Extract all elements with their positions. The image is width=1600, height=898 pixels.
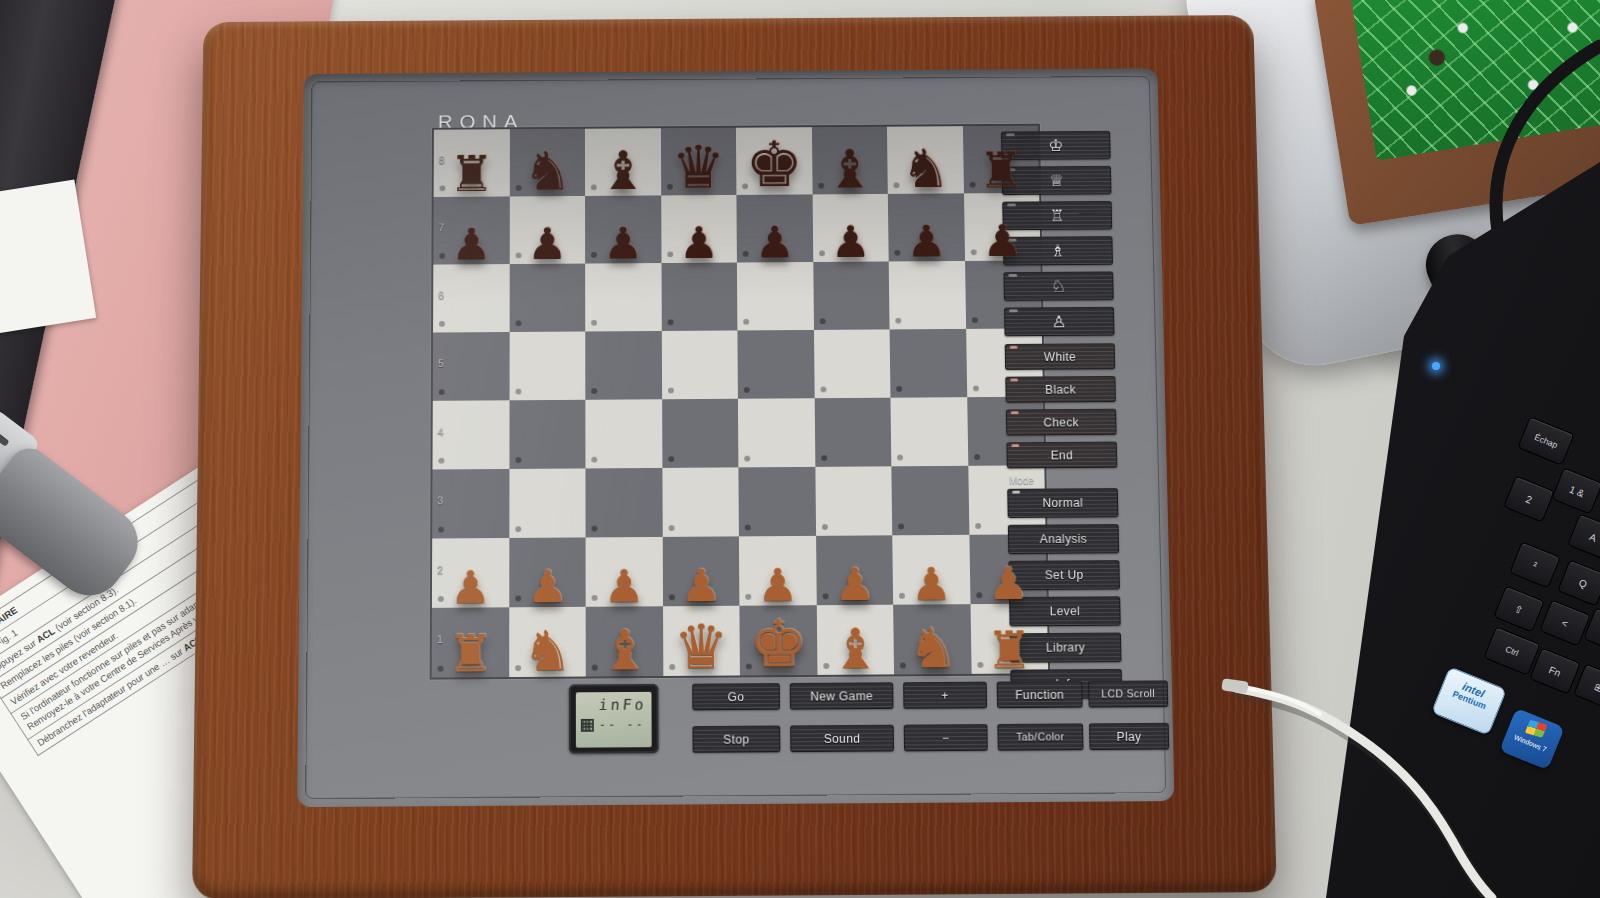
analysis-button[interactable]: Analysis (1008, 524, 1119, 554)
square-e6 (737, 262, 814, 330)
laptop-key-échap: Échap (1517, 416, 1574, 466)
black-rook: ♜ (434, 149, 510, 199)
sensor-dot (821, 524, 827, 530)
rank-label: 6 (438, 289, 444, 301)
button-label: Function (1015, 688, 1064, 702)
go-button[interactable]: Go (692, 683, 780, 710)
sound-button[interactable]: Sound (790, 725, 894, 752)
button-label: Go (728, 690, 745, 704)
black-pawn: ♟ (737, 220, 813, 264)
sensor-dot (515, 320, 521, 326)
sensor-dot (515, 389, 521, 395)
sensor-dot (439, 321, 445, 327)
rank-label: 4 (438, 426, 444, 438)
tab-color-button[interactable]: Tab/Color (997, 723, 1083, 750)
sensor-dot (971, 317, 977, 323)
square-g5 (890, 329, 967, 398)
black-king: ♚ (736, 134, 812, 197)
white-knight: ♞ (509, 623, 586, 679)
square-e7: ♟ (736, 194, 812, 262)
stop-button[interactable]: Stop (692, 725, 780, 752)
sensor-dot (591, 388, 597, 394)
sensor-dot (668, 525, 674, 531)
square-a7: 7♟ (433, 196, 509, 264)
−-button[interactable]: − (904, 724, 988, 751)
button-label: LCD Scroll (1101, 688, 1155, 699)
indicator-label: Black (1045, 382, 1076, 396)
sensor-dot (743, 319, 749, 325)
button-label: Tab/Color (1016, 731, 1065, 742)
white-indicator[interactable]: White (1005, 343, 1116, 370)
lcd-screen: inFo -- -- (576, 692, 652, 748)
button-label: Analysis (1040, 532, 1088, 546)
square-e4 (738, 398, 815, 467)
indicator-led (1010, 379, 1018, 382)
square-d5 (661, 330, 738, 399)
lcd-display: inFo -- -- (569, 684, 659, 754)
sensor-dot (897, 455, 903, 461)
black-pawn: ♟ (964, 219, 1041, 263)
indicator-label: End (1051, 448, 1074, 462)
indicator-led (1011, 411, 1019, 414)
new-game-button[interactable]: New Game (790, 682, 894, 709)
sensor-dot (591, 457, 597, 463)
rank-label: 2 (437, 564, 443, 576)
lcd-scroll-button[interactable]: LCD Scroll (1088, 680, 1168, 707)
sensor-dot (668, 456, 674, 462)
square-b2: ♟ (509, 537, 586, 607)
white-pawn: ♟ (432, 564, 509, 610)
sensor-dot (974, 454, 980, 460)
+-button[interactable]: + (903, 682, 987, 709)
button-notch (1007, 203, 1016, 206)
laptop-key-a: A (1567, 513, 1600, 560)
black-rook: ♜ (963, 145, 1039, 195)
sensor-dot (438, 458, 444, 464)
square-b3 (509, 468, 586, 538)
windows-flag-icon (1525, 720, 1548, 738)
square-e1: ♚ (739, 605, 817, 675)
square-f7: ♟ (812, 194, 889, 262)
square-g3 (891, 466, 969, 536)
square-a6: 6 (433, 264, 509, 332)
sensor-dot (895, 318, 901, 324)
indicator-label: Check (1043, 415, 1079, 429)
black-knight: ♞ (509, 145, 585, 199)
sensor-dot (439, 389, 445, 395)
sensor-dot (515, 526, 521, 532)
king-icon: ♔ (1048, 136, 1064, 155)
windows7-sticker: Windows 7 (1499, 708, 1564, 770)
square-b5 (509, 331, 585, 400)
laptop-key-2: 2 (1503, 475, 1555, 522)
square-c6 (585, 263, 661, 331)
white-king: ♚ (739, 612, 817, 677)
square-a2: 2♟ (432, 538, 509, 608)
button-notch (1008, 274, 1017, 277)
black-pawn: ♟ (812, 220, 888, 264)
square-g8: ♞ (887, 126, 964, 194)
rook-icon: ♖ (1049, 206, 1065, 225)
sensor-dot (591, 526, 597, 532)
square-e5 (737, 330, 814, 399)
rank-label: 3 (437, 495, 443, 507)
control-panel: RONA 8♜♞♝♛♚♝♞♜7♟♟♟♟♟♟♟♟65432♟♟♟♟♟♟♟♟1♜♞♝… (297, 68, 1174, 807)
square-g1: ♞ (893, 604, 971, 674)
rank-label: 8 (439, 154, 445, 165)
indicator-led (1010, 346, 1018, 349)
square-c2: ♟ (586, 537, 663, 607)
indicator-led (1011, 444, 1019, 447)
button-label: Level (1050, 604, 1081, 618)
square-c8: ♝ (585, 128, 661, 196)
square-a5: 5 (433, 332, 509, 401)
button-notch (1009, 309, 1018, 312)
square-d6 (661, 263, 737, 331)
button-notch (1006, 133, 1015, 136)
button-label: − (942, 731, 950, 745)
button-label: + (941, 688, 949, 702)
button-label: Set Up (1045, 568, 1084, 582)
square-b7: ♟ (509, 196, 585, 264)
pawn-icon: ♙ (1051, 312, 1067, 331)
white-bishop: ♝ (586, 623, 663, 679)
black-pawn: ♟ (661, 221, 737, 265)
square-b1: ♞ (509, 607, 586, 677)
knight-icon: ♘ (1051, 277, 1067, 296)
knight-piece-button[interactable]: ♘ (1003, 271, 1113, 300)
rank-label: 1 (437, 633, 443, 645)
laptop-key-²: ² (1509, 541, 1561, 588)
pawn-piece-button[interactable]: ♙ (1004, 307, 1114, 337)
laptop-key-q: Q (1557, 559, 1600, 606)
sensor-dot (591, 320, 597, 326)
mode-led (1012, 491, 1020, 494)
play-button[interactable]: Play (1089, 723, 1169, 750)
function-button[interactable]: Function (997, 681, 1083, 708)
white-queen: ♛ (663, 617, 740, 678)
square-c3 (585, 468, 662, 538)
white-rook: ♜ (432, 628, 509, 680)
square-d3 (662, 467, 739, 537)
laptop-power-led (1432, 362, 1440, 370)
sensor-dot (896, 386, 902, 392)
laptop-key-1 &: 1 & (1551, 467, 1600, 514)
square-f1: ♝ (816, 605, 894, 675)
black-knight: ♞ (887, 142, 963, 196)
black-pawn: ♟ (585, 221, 661, 265)
laptop-key-ctrl: Ctrl (1483, 626, 1540, 676)
end-indicator[interactable]: End (1006, 442, 1117, 469)
square-g7: ♟ (888, 193, 965, 261)
square-b4 (509, 400, 585, 469)
square-d4 (662, 399, 739, 468)
mode-section-label: Mode (1009, 474, 1118, 485)
square-f5 (813, 329, 890, 398)
sensor-dot (667, 319, 673, 325)
white-pawn: ♟ (739, 562, 816, 608)
lcd-text: inFo (580, 696, 647, 714)
square-e3 (738, 467, 815, 537)
sensor-dot (819, 318, 825, 324)
white-pawn: ♟ (816, 562, 893, 608)
white-pawn: ♟ (969, 561, 1047, 607)
black-bishop: ♝ (812, 143, 888, 197)
chess-computer: RONA 8♜♞♝♛♚♝♞♜7♟♟♟♟♟♟♟♟65432♟♟♟♟♟♟♟♟1♜♞♝… (192, 15, 1277, 898)
black-queen: ♛ (660, 138, 736, 197)
square-a1: 1♜ (432, 607, 509, 677)
laptop-key-fn: Fn (1529, 647, 1581, 694)
queen-icon: ♕ (1049, 171, 1065, 190)
laptop-key-⇧: ⇧ (1493, 585, 1545, 632)
black-indicator[interactable]: Black (1005, 376, 1116, 403)
laptop-key-<: < (1539, 599, 1591, 646)
square-c1: ♝ (586, 606, 663, 676)
square-f3 (815, 466, 892, 536)
button-label: New Game (810, 689, 873, 703)
square-g2: ♟ (892, 535, 970, 605)
square-f4 (814, 398, 891, 467)
button-label: Sound (824, 731, 861, 745)
white-pawn: ♟ (893, 561, 970, 607)
white-pawn: ♟ (586, 563, 663, 609)
square-f6 (813, 261, 890, 329)
lcd-board-icon (581, 719, 594, 732)
white-bishop: ♝ (816, 621, 894, 677)
intel-pentium-sticker: intel Pentium (1431, 666, 1507, 736)
square-d8: ♛ (660, 128, 736, 196)
sensor-dot (515, 457, 521, 463)
button-label: Play (1117, 729, 1142, 743)
lcd-dashes: -- -- (599, 718, 645, 732)
indicator-label: White (1044, 350, 1076, 364)
square-e8: ♚ (736, 127, 812, 195)
square-a8: 8♜ (434, 129, 510, 197)
square-b8: ♞ (509, 129, 585, 197)
black-bishop: ♝ (585, 144, 661, 198)
sensor-dot (898, 524, 904, 530)
sensor-dot (821, 455, 827, 461)
black-pawn: ♟ (888, 219, 964, 263)
square-g4 (890, 397, 967, 466)
square-f8: ♝ (811, 127, 887, 195)
square-b6 (509, 264, 585, 332)
button-label: Library (1046, 641, 1085, 655)
square-d2: ♟ (662, 536, 739, 606)
square-d1: ♛ (663, 606, 740, 676)
sensor-dot (744, 456, 750, 462)
chess-board: 8♜♞♝♛♚♝♞♜7♟♟♟♟♟♟♟♟65432♟♟♟♟♟♟♟♟1♜♞♝♛♚♝♞♜ (430, 124, 1051, 680)
button-label: Normal (1042, 496, 1083, 510)
white-rook: ♜ (970, 624, 1048, 676)
square-d7: ♟ (661, 195, 737, 263)
check-indicator[interactable]: Check (1006, 409, 1117, 436)
sensor-dot (975, 523, 981, 529)
square-c7: ♟ (585, 195, 661, 263)
sensor-dot (438, 527, 444, 533)
sensor-dot (667, 388, 673, 394)
square-e2: ♟ (739, 536, 816, 606)
button-label: Stop (723, 732, 749, 746)
white-pawn: ♟ (662, 563, 739, 609)
black-pawn: ♟ (433, 222, 509, 266)
sensor-dot (972, 386, 978, 392)
square-f2: ♟ (816, 535, 894, 605)
square-a3: 3 (432, 469, 509, 539)
normal-button[interactable]: Normal (1007, 488, 1118, 518)
black-pawn: ♟ (509, 222, 585, 266)
square-c5 (585, 331, 661, 400)
rank-label: 5 (438, 357, 444, 369)
sensor-dot (820, 387, 826, 393)
square-a4: 4 (432, 400, 509, 469)
rank-label: 7 (438, 222, 444, 233)
white-knight: ♞ (893, 621, 971, 677)
bishop-icon: ♗ (1050, 241, 1066, 260)
sensor-dot (745, 525, 751, 531)
white-pawn: ♟ (509, 564, 586, 610)
square-c4 (585, 399, 662, 468)
desk-scene: QUOI FAIREVoir Fig. 1Appuyez sur ACL (vo… (0, 0, 1600, 898)
square-g6 (889, 261, 966, 329)
sensor-dot (744, 387, 750, 393)
